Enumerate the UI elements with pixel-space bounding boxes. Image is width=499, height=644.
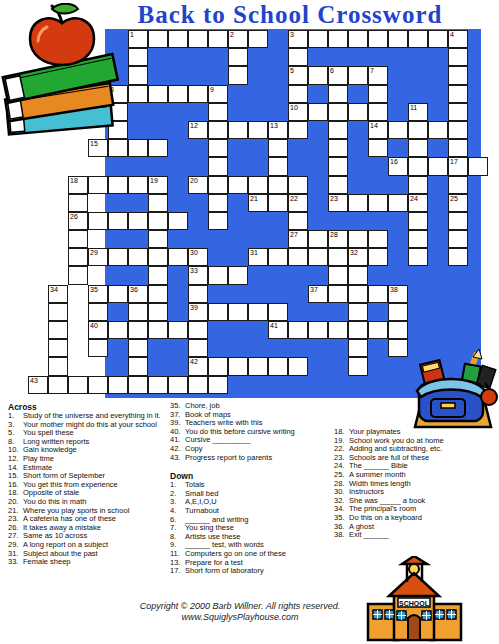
grid-cell[interactable] [168, 376, 188, 394]
block-cell [48, 139, 68, 157]
grid-cell[interactable] [188, 85, 208, 103]
grid-cell[interactable]: 31 [248, 248, 268, 266]
grid-cell[interactable] [128, 303, 148, 321]
grid-cell[interactable] [408, 121, 428, 139]
grid-cell[interactable] [448, 212, 468, 230]
grid-cell[interactable] [88, 376, 108, 394]
grid-cell[interactable] [368, 139, 388, 157]
grid-cell[interactable]: 26 [68, 212, 88, 230]
block-cell [468, 194, 488, 212]
grid-cell[interactable] [328, 285, 348, 303]
grid-cell[interactable] [68, 248, 88, 266]
block-cell [248, 103, 268, 121]
grid-cell[interactable] [208, 30, 228, 48]
grid-cell[interactable] [208, 103, 228, 121]
grid-cell[interactable] [448, 103, 468, 121]
block-cell [268, 339, 288, 357]
grid-cell[interactable]: 28 [328, 230, 348, 248]
grid-cell[interactable] [248, 357, 268, 375]
grid-cell[interactable] [448, 121, 468, 139]
grid-cell[interactable]: 13 [268, 121, 288, 139]
grid-cell[interactable]: 5 [288, 66, 308, 84]
block-cell [48, 230, 68, 248]
grid-cell[interactable] [148, 321, 168, 339]
grid-cell[interactable]: 15 [88, 139, 108, 157]
page-title: Back to School Crossword [105, 1, 475, 29]
grid-cell[interactable] [428, 30, 448, 48]
grid-cell[interactable]: 2 [228, 30, 248, 48]
grid-cell[interactable]: 10 [288, 103, 308, 121]
grid-cell[interactable] [408, 230, 428, 248]
block-cell [148, 48, 168, 66]
grid-cell[interactable] [68, 266, 88, 284]
grid-cell[interactable]: 27 [288, 230, 308, 248]
block-cell [368, 48, 388, 66]
grid-cell[interactable] [448, 48, 468, 66]
grid-cell[interactable] [308, 230, 328, 248]
grid-cell[interactable]: 25 [448, 194, 468, 212]
block-cell [288, 285, 308, 303]
block-cell [28, 157, 48, 175]
grid-cell[interactable] [188, 285, 208, 303]
grid-cell[interactable]: 40 [88, 321, 108, 339]
cell-number: 10 [290, 104, 298, 112]
grid-cell[interactable] [348, 30, 368, 48]
grid-cell[interactable]: 3 [288, 30, 308, 48]
block-cell [208, 285, 228, 303]
block-cell [468, 248, 488, 266]
grid-cell[interactable] [328, 266, 348, 284]
block-cell [388, 266, 408, 284]
grid-cell[interactable] [108, 176, 128, 194]
grid-cell[interactable] [328, 85, 348, 103]
grid-cell[interactable] [188, 321, 208, 339]
grid-cell[interactable] [328, 321, 348, 339]
grid-cell[interactable] [368, 230, 388, 248]
grid-cell[interactable] [248, 121, 268, 139]
block-cell [328, 376, 348, 394]
grid-cell[interactable] [148, 285, 168, 303]
block-cell [408, 266, 428, 284]
grid-cell[interactable] [108, 248, 128, 266]
grid-cell[interactable] [208, 376, 228, 394]
grid-cell[interactable]: 16 [388, 157, 408, 175]
block-cell [248, 139, 268, 157]
block-cell [268, 376, 288, 394]
grid-cell[interactable]: 34 [48, 285, 68, 303]
grid-cell[interactable] [148, 376, 168, 394]
clue-number: 43. [170, 454, 185, 463]
grid-cell[interactable]: 39 [188, 303, 208, 321]
grid-cell[interactable] [48, 321, 68, 339]
grid-cell[interactable] [148, 266, 168, 284]
grid-cell[interactable] [108, 139, 128, 157]
grid-cell[interactable] [348, 266, 368, 284]
grid-cell[interactable] [428, 157, 448, 175]
grid-cell[interactable] [208, 121, 228, 139]
grid-cell[interactable] [88, 303, 108, 321]
block-cell [168, 194, 188, 212]
grid-cell[interactable] [128, 48, 148, 66]
grid-cell[interactable] [248, 176, 268, 194]
grid-cell[interactable] [68, 376, 88, 394]
grid-cell[interactable] [288, 357, 308, 375]
block-cell [468, 103, 488, 121]
cell-number: 12 [190, 122, 198, 130]
grid-cell[interactable] [408, 212, 428, 230]
block-cell [388, 103, 408, 121]
grid-cell[interactable]: 7 [368, 66, 388, 84]
grid-cell[interactable] [268, 248, 288, 266]
grid-cell[interactable] [148, 194, 168, 212]
grid-cell[interactable]: 17 [448, 157, 468, 175]
grid-cell[interactable] [168, 85, 188, 103]
block-cell [448, 266, 468, 284]
books-and-apple-illustration [0, 3, 126, 141]
grid-cell[interactable] [148, 303, 168, 321]
grid-cell[interactable] [448, 85, 468, 103]
grid-cell[interactable] [368, 285, 388, 303]
grid-cell[interactable] [268, 194, 288, 212]
grid-cell[interactable]: 35 [88, 285, 108, 303]
block-cell [28, 230, 48, 248]
grid-cell[interactable] [308, 30, 328, 48]
grid-cell[interactable]: 11 [408, 103, 428, 121]
grid-cell[interactable] [148, 30, 168, 48]
grid-cell[interactable] [308, 248, 328, 266]
grid-cell[interactable] [448, 139, 468, 157]
grid-cell[interactable] [388, 30, 408, 48]
grid-cell[interactable] [88, 212, 108, 230]
block-cell [328, 339, 348, 357]
grid-cell[interactable]: 19 [148, 176, 168, 194]
block-cell [308, 339, 328, 357]
block-cell [428, 139, 448, 157]
grid-cell[interactable] [268, 357, 288, 375]
grid-cell[interactable] [348, 321, 368, 339]
block-cell [28, 139, 48, 157]
grid-cell[interactable] [348, 103, 368, 121]
block-cell [88, 266, 108, 284]
block-cell [188, 103, 208, 121]
grid-cell[interactable] [208, 266, 228, 284]
grid-cell[interactable]: 41 [268, 321, 288, 339]
grid-cell[interactable] [348, 230, 368, 248]
grid-cell[interactable] [148, 85, 168, 103]
block-cell [468, 321, 488, 339]
block-cell [368, 303, 388, 321]
block-cell [268, 30, 288, 48]
grid-cell[interactable]: 18 [68, 176, 88, 194]
grid-cell[interactable] [328, 103, 348, 121]
block-cell [368, 357, 388, 375]
grid-cell[interactable] [288, 321, 308, 339]
grid-cell[interactable] [208, 357, 228, 375]
grid-cell[interactable] [288, 248, 308, 266]
grid-cell[interactable] [188, 376, 208, 394]
grid-cell[interactable] [328, 157, 348, 175]
block-cell [48, 266, 68, 284]
grid-cell[interactable] [348, 339, 368, 357]
grid-cell[interactable]: 20 [188, 176, 208, 194]
grid-cell[interactable] [228, 48, 248, 66]
grid-cell[interactable] [48, 339, 68, 357]
block-cell [348, 48, 368, 66]
grid-cell[interactable] [448, 248, 468, 266]
block-cell [308, 85, 328, 103]
grid-cell[interactable] [228, 266, 248, 284]
cell-number: 41 [270, 322, 278, 330]
grid-cell[interactable] [168, 248, 188, 266]
grid-cell[interactable] [368, 248, 388, 266]
grid-cell[interactable] [328, 176, 348, 194]
block-cell [468, 212, 488, 230]
block-cell [148, 121, 168, 139]
grid-cell[interactable] [168, 321, 188, 339]
block-cell [188, 157, 208, 175]
grid-cell[interactable] [228, 303, 248, 321]
grid-cell[interactable] [368, 30, 388, 48]
grid-cell[interactable] [348, 357, 368, 375]
grid-cell[interactable] [368, 194, 388, 212]
grid-cell[interactable] [128, 139, 148, 157]
backpack-illustration [407, 345, 499, 439]
block-cell [248, 48, 268, 66]
grid-cell[interactable] [128, 357, 148, 375]
block-cell [128, 230, 148, 248]
grid-cell[interactable] [408, 176, 428, 194]
grid-cell[interactable] [68, 194, 88, 212]
block-cell [368, 339, 388, 357]
grid-cell[interactable] [128, 248, 148, 266]
grid-cell[interactable] [208, 157, 228, 175]
grid-cell[interactable]: 38 [388, 285, 408, 303]
grid-cell[interactable] [328, 121, 348, 139]
block-cell [468, 85, 488, 103]
grid-cell[interactable] [148, 139, 168, 157]
grid-cell[interactable] [268, 303, 288, 321]
cell-number: 36 [130, 286, 138, 294]
block-cell [168, 103, 188, 121]
grid-cell[interactable] [188, 30, 208, 48]
grid-cell[interactable]: 33 [188, 266, 208, 284]
grid-cell[interactable] [388, 339, 408, 357]
grid-cell[interactable] [128, 339, 148, 357]
grid-cell[interactable]: 23 [328, 194, 348, 212]
grid-cell[interactable]: 42 [188, 357, 208, 375]
grid-cell[interactable] [108, 212, 128, 230]
block-cell [428, 85, 448, 103]
block-cell [228, 285, 248, 303]
grid-cell[interactable] [408, 248, 428, 266]
block-cell [308, 194, 328, 212]
grid-cell[interactable] [228, 66, 248, 84]
grid-cell[interactable] [48, 357, 68, 375]
grid-cell[interactable] [288, 121, 308, 139]
grid-cell[interactable] [148, 230, 168, 248]
block-cell [248, 212, 268, 230]
grid-cell[interactable] [148, 248, 168, 266]
grid-cell[interactable]: 29 [88, 248, 108, 266]
block-cell [428, 212, 448, 230]
block-cell [248, 376, 268, 394]
grid-cell[interactable] [288, 85, 308, 103]
grid-cell[interactable]: 24 [408, 194, 428, 212]
grid-cell[interactable] [128, 85, 148, 103]
grid-cell[interactable] [388, 121, 408, 139]
block-cell [268, 266, 288, 284]
grid-cell[interactable]: 4 [448, 30, 468, 48]
grid-cell[interactable] [208, 303, 228, 321]
block-cell [468, 266, 488, 284]
grid-cell[interactable]: 12 [188, 121, 208, 139]
grid-cell[interactable] [168, 30, 188, 48]
grid-cell[interactable] [288, 48, 308, 66]
grid-cell[interactable] [208, 194, 228, 212]
grid-cell[interactable] [268, 139, 288, 157]
grid-cell[interactable]: 36 [128, 285, 148, 303]
grid-cell[interactable] [188, 339, 208, 357]
grid-cell[interactable] [308, 103, 328, 121]
grid-cell[interactable] [348, 285, 368, 303]
grid-cell[interactable] [248, 30, 268, 48]
block-cell [68, 285, 88, 303]
grid-cell[interactable] [408, 30, 428, 48]
block-cell [468, 303, 488, 321]
block-cell [168, 303, 188, 321]
grid-cell[interactable]: 14 [368, 121, 388, 139]
block-cell [428, 266, 448, 284]
block-cell [68, 339, 88, 357]
block-cell [168, 285, 188, 303]
grid-cell[interactable] [308, 321, 328, 339]
cell-number: 2 [230, 31, 234, 39]
grid-cell[interactable] [448, 66, 468, 84]
grid-cell[interactable]: 32 [348, 248, 368, 266]
block-cell [48, 248, 68, 266]
grid-cell[interactable] [288, 176, 308, 194]
grid-cell[interactable] [128, 66, 148, 84]
grid-cell[interactable] [368, 103, 388, 121]
cell-number: 32 [350, 249, 358, 257]
grid-cell[interactable] [348, 194, 368, 212]
grid-cell[interactable] [208, 176, 228, 194]
grid-cell[interactable] [388, 321, 408, 339]
grid-cell[interactable] [348, 303, 368, 321]
block-cell [148, 66, 168, 84]
cell-number: 33 [190, 267, 198, 275]
grid-cell[interactable] [228, 121, 248, 139]
block-cell [148, 157, 168, 175]
grid-cell[interactable] [428, 121, 448, 139]
grid-cell[interactable] [248, 303, 268, 321]
block-cell [468, 48, 488, 66]
block-cell [208, 339, 228, 357]
grid-cell[interactable] [328, 248, 348, 266]
block-cell [368, 376, 388, 394]
grid-cell[interactable] [208, 212, 228, 230]
block-cell [428, 48, 448, 66]
block-cell [228, 194, 248, 212]
grid-cell[interactable] [268, 176, 288, 194]
block-cell [28, 285, 48, 303]
block-cell [68, 157, 88, 175]
grid-cell[interactable]: 37 [308, 285, 328, 303]
grid-cell[interactable] [388, 194, 408, 212]
grid-cell[interactable] [88, 339, 108, 357]
grid-cell[interactable] [468, 157, 488, 175]
grid-cell[interactable] [348, 66, 368, 84]
block-cell [408, 48, 428, 66]
block-cell [328, 303, 348, 321]
grid-cell[interactable] [368, 85, 388, 103]
grid-cell[interactable] [128, 176, 148, 194]
grid-cell[interactable] [328, 30, 348, 48]
block-cell [308, 139, 328, 157]
grid-cell[interactable]: 9 [208, 85, 228, 103]
block-cell [308, 376, 328, 394]
grid-cell[interactable]: 21 [248, 194, 268, 212]
grid-cell[interactable] [88, 176, 108, 194]
grid-cell[interactable] [108, 376, 128, 394]
grid-cell[interactable] [128, 212, 148, 230]
grid-cell[interactable]: 6 [328, 66, 348, 84]
grid-cell[interactable] [128, 376, 148, 394]
grid-cell[interactable] [388, 303, 408, 321]
grid-cell[interactable] [108, 285, 128, 303]
grid-cell[interactable] [308, 66, 328, 84]
grid-cell[interactable] [368, 321, 388, 339]
grid-cell[interactable] [68, 230, 88, 248]
block-cell [388, 212, 408, 230]
cell-number: 29 [90, 249, 98, 257]
grid-cell[interactable] [448, 230, 468, 248]
grid-cell[interactable] [408, 157, 428, 175]
cell-number: 23 [330, 195, 338, 203]
grid-cell[interactable] [48, 376, 68, 394]
grid-cell[interactable] [288, 212, 308, 230]
grid-cell[interactable] [108, 321, 128, 339]
grid-cell[interactable] [448, 176, 468, 194]
block-cell [168, 266, 188, 284]
block-cell [188, 139, 208, 157]
grid-cell[interactable] [48, 303, 68, 321]
grid-cell[interactable] [228, 357, 248, 375]
grid-cell[interactable]: 30 [188, 248, 208, 266]
block-cell [308, 48, 328, 66]
block-cell [348, 139, 368, 157]
grid-cell[interactable] [168, 212, 188, 230]
grid-cell[interactable] [268, 157, 288, 175]
grid-cell[interactable] [148, 212, 168, 230]
grid-cell[interactable]: 22 [288, 194, 308, 212]
grid-cell[interactable] [128, 321, 148, 339]
grid-cell[interactable]: 1 [128, 30, 148, 48]
block-cell [148, 103, 168, 121]
svg-text:SCHOOL: SCHOOL [399, 600, 430, 607]
grid-cell[interactable]: 43 [28, 376, 48, 394]
block-cell [428, 194, 448, 212]
block-cell [468, 66, 488, 84]
block-cell [228, 212, 248, 230]
clue-number: 33. [8, 558, 23, 567]
block-cell [108, 194, 128, 212]
grid-cell[interactable] [228, 176, 248, 194]
grid-cell[interactable] [208, 139, 228, 157]
block-cell [328, 48, 348, 66]
grid-cell[interactable] [328, 139, 348, 157]
grid-cell[interactable] [408, 139, 428, 157]
